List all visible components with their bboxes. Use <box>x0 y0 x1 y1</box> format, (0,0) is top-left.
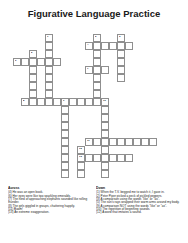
grid-cell[interactable] <box>125 42 133 50</box>
empty-cell <box>133 90 141 98</box>
empty-cell <box>165 74 173 82</box>
grid-cell[interactable]: 8 <box>21 98 29 106</box>
empty-cell <box>29 154 37 162</box>
grid-cell[interactable]: 4 <box>85 42 93 50</box>
empty-cell <box>37 90 45 98</box>
empty-cell <box>133 66 141 74</box>
empty-cell <box>117 90 125 98</box>
empty-cell <box>13 122 21 130</box>
empty-cell <box>53 138 61 146</box>
grid-cell[interactable] <box>29 74 37 82</box>
empty-cell <box>53 106 61 114</box>
grid-cell[interactable] <box>149 138 157 146</box>
grid-cell[interactable] <box>37 98 45 106</box>
clue-number: 3 <box>119 35 120 37</box>
empty-cell <box>45 146 53 154</box>
empty-cell <box>37 146 45 154</box>
clue-item: (7) The herd of approaching elephants so… <box>8 197 94 204</box>
empty-cell <box>21 42 29 50</box>
empty-cell <box>13 114 21 122</box>
grid-cell[interactable] <box>53 98 61 106</box>
empty-cell <box>141 58 149 66</box>
empty-cell <box>29 138 37 146</box>
empty-cell <box>77 90 85 98</box>
empty-cell <box>141 162 149 170</box>
empty-cell <box>13 34 21 42</box>
empty-cell <box>29 146 37 154</box>
clue-number: 12 <box>79 147 82 149</box>
empty-cell <box>45 154 53 162</box>
empty-cell <box>37 138 45 146</box>
empty-cell <box>117 122 125 130</box>
empty-cell <box>13 106 21 114</box>
empty-cell <box>125 114 133 122</box>
empty-cell <box>125 106 133 114</box>
empty-cell <box>53 154 61 162</box>
empty-cell <box>69 154 77 162</box>
empty-cell <box>157 34 165 42</box>
grid-cell[interactable] <box>61 122 69 130</box>
grid-cell[interactable] <box>45 90 53 98</box>
empty-cell <box>69 170 77 178</box>
empty-cell <box>77 58 85 66</box>
empty-cell <box>69 82 77 90</box>
empty-cell <box>149 90 157 98</box>
empty-cell <box>13 162 21 170</box>
down-clue-list: (1) When the T.V. begged me to watch it,… <box>96 190 186 214</box>
empty-cell <box>13 66 21 74</box>
empty-cell <box>13 98 21 106</box>
grid-cell[interactable] <box>117 138 125 146</box>
empty-cell <box>45 106 53 114</box>
grid-cell[interactable] <box>29 58 37 66</box>
crossword-grid[interactable]: 12345678910111213 <box>13 34 181 178</box>
empty-cell <box>77 66 85 74</box>
grid-cell[interactable] <box>101 146 109 154</box>
clue-number: 8 <box>23 99 24 101</box>
empty-cell <box>85 106 93 114</box>
empty-cell <box>61 42 69 50</box>
empty-cell <box>85 130 93 138</box>
empty-cell <box>141 66 149 74</box>
empty-cell <box>85 90 93 98</box>
grid-cell[interactable] <box>117 66 125 74</box>
empty-cell <box>21 50 29 58</box>
empty-cell <box>165 138 173 146</box>
grid-cell[interactable] <box>21 58 29 66</box>
grid-cell[interactable] <box>125 138 133 146</box>
empty-cell <box>61 74 69 82</box>
grid-cell[interactable] <box>85 98 93 106</box>
empty-cell <box>117 170 125 178</box>
empty-cell <box>21 34 29 42</box>
grid-cell[interactable] <box>93 42 101 50</box>
empty-cell <box>141 130 149 138</box>
empty-cell <box>109 34 117 42</box>
empty-cell <box>101 74 109 82</box>
empty-cell <box>173 170 181 178</box>
empty-cell <box>165 34 173 42</box>
empty-cell <box>77 50 85 58</box>
empty-cell <box>53 122 61 130</box>
empty-cell <box>29 162 37 170</box>
empty-cell <box>77 130 85 138</box>
empty-cell <box>149 50 157 58</box>
empty-cell <box>133 114 141 122</box>
empty-cell <box>157 138 165 146</box>
empty-cell <box>149 130 157 138</box>
empty-cell <box>125 74 133 82</box>
grid-cell[interactable] <box>93 50 101 58</box>
empty-cell <box>173 138 181 146</box>
empty-cell <box>69 50 77 58</box>
empty-cell <box>141 106 149 114</box>
grid-cell[interactable] <box>61 114 69 122</box>
grid-cell[interactable] <box>45 42 53 50</box>
grid-cell[interactable] <box>93 82 101 90</box>
grid-cell[interactable] <box>101 162 109 170</box>
empty-cell <box>117 130 125 138</box>
empty-cell <box>37 74 45 82</box>
grid-cell[interactable] <box>29 66 37 74</box>
empty-cell <box>173 66 181 74</box>
grid-cell[interactable] <box>117 42 125 50</box>
empty-cell <box>133 154 141 162</box>
grid-cell[interactable] <box>101 138 109 146</box>
empty-cell <box>77 114 85 122</box>
empty-cell <box>85 122 93 130</box>
clue-number: 5 <box>31 51 32 53</box>
empty-cell <box>173 106 181 114</box>
empty-cell <box>141 146 149 154</box>
empty-cell <box>149 42 157 50</box>
grid-cell[interactable] <box>61 106 69 114</box>
empty-cell <box>69 114 77 122</box>
clue-item: (13) An extreme exaggeration. <box>8 210 94 213</box>
grid-cell[interactable] <box>117 154 125 162</box>
grid-cell[interactable] <box>101 170 109 178</box>
empty-cell <box>173 74 181 82</box>
empty-cell <box>125 98 133 106</box>
empty-cell <box>85 50 93 58</box>
empty-cell <box>173 162 181 170</box>
empty-cell <box>109 90 117 98</box>
empty-cell <box>173 34 181 42</box>
empty-cell <box>13 138 21 146</box>
empty-cell <box>173 114 181 122</box>
grid-cell[interactable] <box>45 58 53 66</box>
empty-cell <box>77 82 85 90</box>
empty-cell <box>173 82 181 90</box>
empty-cell <box>37 114 45 122</box>
empty-cell <box>173 154 181 162</box>
grid-cell[interactable] <box>45 50 53 58</box>
empty-cell <box>125 50 133 58</box>
grid-cell[interactable] <box>109 154 117 162</box>
grid-cell[interactable] <box>101 130 109 138</box>
empty-cell <box>141 122 149 130</box>
empty-cell <box>37 34 45 42</box>
clue-number: 2 <box>95 35 96 37</box>
empty-cell <box>109 98 117 106</box>
empty-cell <box>69 58 77 66</box>
empty-cell <box>53 34 61 42</box>
empty-cell <box>21 130 29 138</box>
grid-cell[interactable] <box>109 138 117 146</box>
grid-cell[interactable] <box>69 98 77 106</box>
empty-cell <box>21 170 29 178</box>
grid-cell[interactable] <box>45 74 53 82</box>
grid-cell[interactable] <box>93 154 101 162</box>
empty-cell <box>141 82 149 90</box>
grid-cell[interactable] <box>77 170 85 178</box>
grid-cell[interactable] <box>53 58 61 66</box>
empty-cell <box>157 106 165 114</box>
grid-cell[interactable]: 2 <box>93 34 101 42</box>
grid-cell[interactable] <box>93 90 101 98</box>
grid-cell[interactable] <box>93 74 101 82</box>
empty-cell <box>133 162 141 170</box>
grid-cell[interactable] <box>117 74 125 82</box>
across-clue-list: (4) He was an open book.(6) Her eyes wer… <box>8 190 94 214</box>
empty-cell <box>13 50 21 58</box>
empty-cell <box>93 106 101 114</box>
empty-cell <box>29 122 37 130</box>
empty-cell <box>21 138 29 146</box>
empty-cell <box>77 42 85 50</box>
empty-cell <box>165 170 173 178</box>
empty-cell <box>117 82 125 90</box>
empty-cell <box>69 106 77 114</box>
clue-number: 10 <box>103 99 106 101</box>
empty-cell <box>149 122 157 130</box>
empty-cell <box>77 122 85 130</box>
empty-cell <box>133 74 141 82</box>
clue-number: 1 <box>47 35 48 37</box>
empty-cell <box>69 90 77 98</box>
grid-cell[interactable] <box>29 98 37 106</box>
grid-cell[interactable]: 6 <box>13 58 21 66</box>
down-header: Down <box>96 186 186 190</box>
grid-cell[interactable]: 3 <box>117 34 125 42</box>
empty-cell <box>157 146 165 154</box>
empty-cell <box>149 170 157 178</box>
empty-cell <box>53 114 61 122</box>
empty-cell <box>149 34 157 42</box>
grid-cell[interactable]: 13 <box>77 154 85 162</box>
grid-cell[interactable] <box>133 138 141 146</box>
grid-cell[interactable] <box>93 66 101 74</box>
grid-cell[interactable] <box>101 122 109 130</box>
clue-number: 6 <box>15 59 16 61</box>
empty-cell <box>21 146 29 154</box>
grid-cell[interactable] <box>101 106 109 114</box>
empty-cell <box>141 98 149 106</box>
empty-cell <box>109 122 117 130</box>
empty-cell <box>61 34 69 42</box>
empty-cell <box>157 114 165 122</box>
empty-cell <box>149 146 157 154</box>
across-header: Across <box>8 186 94 190</box>
empty-cell <box>37 50 45 58</box>
grid-cell[interactable] <box>101 42 109 50</box>
empty-cell <box>13 74 21 82</box>
empty-cell <box>29 114 37 122</box>
empty-cell <box>101 90 109 98</box>
empty-cell <box>37 122 45 130</box>
empty-cell <box>45 138 53 146</box>
grid-cell[interactable] <box>141 138 149 146</box>
empty-cell <box>133 170 141 178</box>
clue-number: 4 <box>87 43 88 45</box>
grid-cell[interactable] <box>45 66 53 74</box>
empty-cell <box>165 130 173 138</box>
empty-cell <box>93 146 101 154</box>
empty-cell <box>149 154 157 162</box>
empty-cell <box>101 82 109 90</box>
empty-cell <box>141 34 149 42</box>
empty-cell <box>133 106 141 114</box>
empty-cell <box>149 58 157 66</box>
crossword-worksheet: { "game": "crossword", "title": "Figurat… <box>0 0 188 243</box>
empty-cell <box>165 146 173 154</box>
empty-cell <box>109 162 117 170</box>
page-title: Figurative Language Practice <box>0 8 188 19</box>
empty-cell <box>157 74 165 82</box>
empty-cell <box>165 162 173 170</box>
empty-cell <box>157 122 165 130</box>
empty-cell <box>109 114 117 122</box>
empty-cell <box>101 50 109 58</box>
grid-cell[interactable] <box>101 154 109 162</box>
empty-cell <box>109 106 117 114</box>
grid-cell[interactable]: 11 <box>85 138 93 146</box>
grid-cell[interactable] <box>93 138 101 146</box>
empty-cell <box>165 122 173 130</box>
grid-cell[interactable] <box>29 82 37 90</box>
grid-cell[interactable] <box>109 42 117 50</box>
grid-cell[interactable] <box>77 98 85 106</box>
empty-cell <box>45 170 53 178</box>
empty-cell <box>165 66 173 74</box>
grid-cell[interactable] <box>117 58 125 66</box>
empty-cell <box>93 170 101 178</box>
grid-cell[interactable] <box>101 114 109 122</box>
empty-cell <box>173 146 181 154</box>
grid-cell[interactable] <box>61 146 69 154</box>
empty-cell <box>149 74 157 82</box>
empty-cell <box>157 50 165 58</box>
grid-cell[interactable]: 1 <box>45 34 53 42</box>
grid-cell[interactable]: 10 <box>101 98 109 106</box>
empty-cell <box>125 34 133 42</box>
clue-item: (12) A word that imitates a sound. <box>96 210 186 213</box>
grid-cell[interactable] <box>61 138 69 146</box>
empty-cell <box>53 130 61 138</box>
grid-cell[interactable] <box>61 130 69 138</box>
empty-cell <box>157 130 165 138</box>
empty-cell <box>21 90 29 98</box>
empty-cell <box>37 162 45 170</box>
grid-cell[interactable] <box>61 154 69 162</box>
empty-cell <box>85 162 93 170</box>
empty-cell <box>109 74 117 82</box>
empty-cell <box>13 82 21 90</box>
empty-cell <box>53 90 61 98</box>
grid-cell[interactable] <box>37 58 45 66</box>
empty-cell <box>61 82 69 90</box>
empty-cell <box>69 162 77 170</box>
empty-cell <box>13 170 21 178</box>
empty-cell <box>157 82 165 90</box>
empty-cell <box>117 162 125 170</box>
empty-cell <box>53 170 61 178</box>
empty-cell <box>37 42 45 50</box>
empty-cell <box>133 42 141 50</box>
grid-cell[interactable]: 12 <box>77 146 85 154</box>
grid-cell[interactable] <box>117 50 125 58</box>
grid-cell[interactable] <box>45 82 53 90</box>
grid-cell[interactable] <box>61 162 69 170</box>
empty-cell <box>109 66 117 74</box>
grid-cell[interactable] <box>29 90 37 98</box>
grid-cell[interactable]: 7 <box>85 66 93 74</box>
empty-cell <box>109 58 117 66</box>
empty-cell <box>149 114 157 122</box>
empty-cell <box>125 82 133 90</box>
empty-cell <box>29 130 37 138</box>
empty-cell <box>133 122 141 130</box>
empty-cell <box>157 170 165 178</box>
empty-cell <box>109 130 117 138</box>
empty-cell <box>69 138 77 146</box>
empty-cell <box>141 154 149 162</box>
empty-cell <box>21 74 29 82</box>
empty-cell <box>69 42 77 50</box>
clue-number: 7 <box>87 67 88 69</box>
empty-cell <box>37 66 45 74</box>
empty-cell <box>125 66 133 74</box>
empty-cell <box>93 130 101 138</box>
grid-cell[interactable] <box>45 98 53 106</box>
empty-cell <box>117 114 125 122</box>
empty-cell <box>69 122 77 130</box>
grid-cell[interactable]: 5 <box>29 50 37 58</box>
empty-cell <box>37 106 45 114</box>
grid-cell[interactable] <box>101 66 109 74</box>
clue-number: 13 <box>79 155 82 157</box>
empty-cell <box>21 154 29 162</box>
empty-cell <box>53 162 61 170</box>
empty-cell <box>85 58 93 66</box>
grid-cell[interactable] <box>93 98 101 106</box>
grid-cell[interactable] <box>61 170 69 178</box>
empty-cell <box>157 98 165 106</box>
grid-cell[interactable]: 9 <box>61 98 69 106</box>
grid-cell[interactable] <box>85 154 93 162</box>
empty-cell <box>125 130 133 138</box>
empty-cell <box>133 146 141 154</box>
grid-cell[interactable] <box>125 154 133 162</box>
empty-cell <box>149 106 157 114</box>
empty-cell <box>53 146 61 154</box>
grid-cell[interactable] <box>93 58 101 66</box>
empty-cell <box>29 170 37 178</box>
empty-cell <box>141 74 149 82</box>
grid-cell[interactable] <box>77 162 85 170</box>
empty-cell <box>21 114 29 122</box>
empty-cell <box>133 50 141 58</box>
